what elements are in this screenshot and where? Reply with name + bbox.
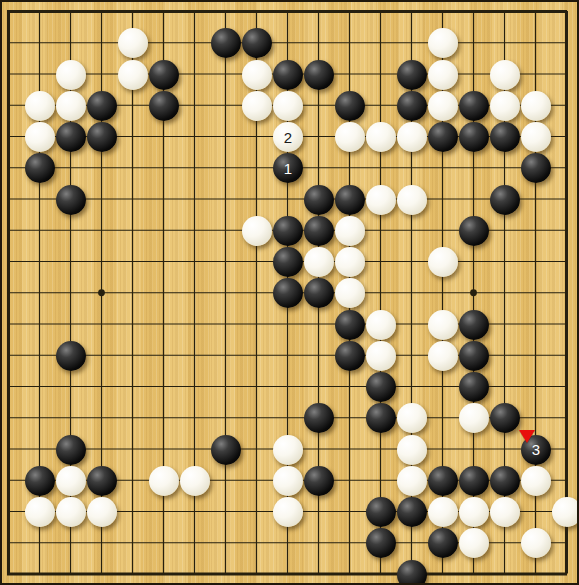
stone-white[interactable]	[56, 91, 86, 121]
stone-white[interactable]	[397, 466, 427, 496]
stone-black[interactable]	[87, 91, 117, 121]
stone-white[interactable]	[366, 185, 396, 215]
stone-white[interactable]	[366, 122, 396, 152]
stone-black[interactable]	[490, 466, 520, 496]
stone-white[interactable]	[273, 466, 303, 496]
stone-black[interactable]	[459, 372, 489, 402]
stone-black[interactable]	[459, 122, 489, 152]
stone-white[interactable]	[273, 497, 303, 527]
stone-white[interactable]	[56, 466, 86, 496]
stone-white[interactable]	[366, 310, 396, 340]
stone-white[interactable]	[242, 216, 272, 246]
stone-black[interactable]	[211, 435, 241, 465]
stone-white[interactable]	[397, 435, 427, 465]
stone-white[interactable]	[490, 497, 520, 527]
stone-black[interactable]	[56, 435, 86, 465]
stone-black[interactable]	[397, 91, 427, 121]
stone-white[interactable]	[273, 91, 303, 121]
stone-white[interactable]	[490, 91, 520, 121]
stone-black[interactable]	[459, 341, 489, 371]
stone-black[interactable]	[335, 91, 365, 121]
stone-black[interactable]	[335, 341, 365, 371]
stone-black[interactable]	[428, 466, 458, 496]
stone-white[interactable]	[428, 60, 458, 90]
stone-black[interactable]	[490, 185, 520, 215]
stone-black[interactable]: 3	[521, 435, 551, 465]
stone-white[interactable]	[428, 247, 458, 277]
stone-white[interactable]	[25, 91, 55, 121]
stone-black[interactable]	[304, 60, 334, 90]
stone-black[interactable]	[56, 185, 86, 215]
stone-black[interactable]	[459, 216, 489, 246]
stone-white[interactable]	[428, 341, 458, 371]
stone-white[interactable]	[335, 216, 365, 246]
stone-white[interactable]	[118, 60, 148, 90]
stone-black[interactable]	[459, 91, 489, 121]
stone-white[interactable]	[428, 497, 458, 527]
stone-black[interactable]: 1	[273, 153, 303, 183]
stone-black[interactable]	[273, 60, 303, 90]
stone-white[interactable]	[521, 122, 551, 152]
stone-black[interactable]	[459, 466, 489, 496]
move-number-label: 1	[284, 161, 292, 176]
stone-black[interactable]	[335, 185, 365, 215]
stone-black[interactable]	[211, 28, 241, 58]
stone-white[interactable]	[490, 60, 520, 90]
stone-white[interactable]: 2	[273, 122, 303, 152]
stone-black[interactable]	[335, 310, 365, 340]
stone-white[interactable]	[25, 497, 55, 527]
stone-black[interactable]	[56, 122, 86, 152]
stone-black[interactable]	[490, 403, 520, 433]
stone-white[interactable]	[149, 466, 179, 496]
stone-white[interactable]	[521, 466, 551, 496]
stone-white[interactable]	[242, 60, 272, 90]
move-number-label: 2	[284, 130, 292, 145]
stone-black[interactable]	[273, 247, 303, 277]
stone-black[interactable]	[242, 28, 272, 58]
stone-black[interactable]	[397, 60, 427, 90]
stone-black[interactable]	[366, 528, 396, 558]
stone-white[interactable]	[428, 28, 458, 58]
stone-black[interactable]	[397, 497, 427, 527]
move-number-label: 3	[532, 442, 540, 457]
stone-black[interactable]	[25, 466, 55, 496]
stone-white[interactable]	[25, 122, 55, 152]
stone-black[interactable]	[25, 153, 55, 183]
stone-white[interactable]	[459, 528, 489, 558]
stone-black[interactable]	[490, 122, 520, 152]
stone-white[interactable]	[397, 122, 427, 152]
go-board[interactable]: 213	[0, 0, 579, 585]
stones-layer: 213	[0, 0, 579, 585]
stone-black[interactable]	[273, 216, 303, 246]
stone-white[interactable]	[366, 341, 396, 371]
stone-white[interactable]	[521, 91, 551, 121]
stone-white[interactable]	[56, 497, 86, 527]
stone-white[interactable]	[428, 310, 458, 340]
red-triangle-marker-icon	[519, 430, 535, 443]
stone-white[interactable]	[87, 497, 117, 527]
stone-black[interactable]	[366, 497, 396, 527]
stone-black[interactable]	[304, 403, 334, 433]
stone-white[interactable]	[459, 403, 489, 433]
stone-white[interactable]	[397, 403, 427, 433]
stone-black[interactable]	[521, 153, 551, 183]
stone-white[interactable]	[118, 28, 148, 58]
stone-white[interactable]	[335, 247, 365, 277]
stone-black[interactable]	[149, 60, 179, 90]
stone-white[interactable]	[56, 60, 86, 90]
stone-black[interactable]	[366, 372, 396, 402]
stone-black[interactable]	[428, 528, 458, 558]
stone-black[interactable]	[87, 122, 117, 152]
stone-white[interactable]	[273, 435, 303, 465]
stone-white[interactable]	[242, 91, 272, 121]
stone-black[interactable]	[304, 185, 334, 215]
stone-white[interactable]	[552, 497, 579, 527]
stone-white[interactable]	[335, 122, 365, 152]
stone-white[interactable]	[304, 247, 334, 277]
stone-black[interactable]	[56, 341, 86, 371]
stone-white[interactable]	[335, 278, 365, 308]
stone-white[interactable]	[459, 497, 489, 527]
stone-black[interactable]	[459, 310, 489, 340]
stone-black[interactable]	[304, 278, 334, 308]
stone-black[interactable]	[87, 466, 117, 496]
stone-black[interactable]	[428, 122, 458, 152]
stone-black[interactable]	[366, 403, 396, 433]
stone-black[interactable]	[304, 466, 334, 496]
stone-black[interactable]	[273, 278, 303, 308]
stone-black[interactable]	[304, 216, 334, 246]
stone-white[interactable]	[521, 528, 551, 558]
stone-black[interactable]	[149, 91, 179, 121]
stone-black[interactable]	[397, 560, 427, 585]
stone-white[interactable]	[397, 185, 427, 215]
stone-white[interactable]	[428, 91, 458, 121]
stone-white[interactable]	[180, 466, 210, 496]
